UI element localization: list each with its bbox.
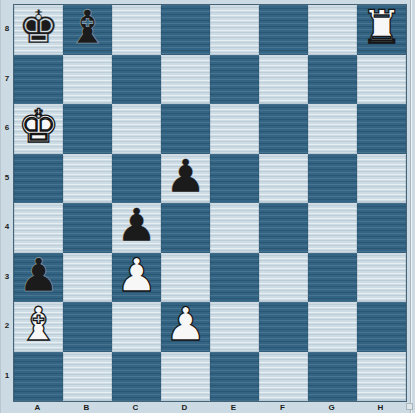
square-h8[interactable]: ♜ bbox=[357, 5, 406, 55]
square-b3[interactable] bbox=[63, 253, 112, 303]
piece-black-king[interactable]: ♚ bbox=[18, 3, 59, 52]
square-c3[interactable]: ♟ bbox=[112, 253, 161, 303]
rank-label-7: 7 bbox=[1, 54, 13, 104]
square-d5[interactable]: ♟ bbox=[161, 154, 210, 204]
file-label-c: C bbox=[111, 401, 160, 413]
square-a7[interactable] bbox=[14, 55, 63, 105]
square-e8[interactable] bbox=[210, 5, 259, 55]
square-a4[interactable] bbox=[14, 203, 63, 253]
square-e1[interactable] bbox=[210, 352, 259, 402]
file-labels: ABCDEFGH bbox=[13, 401, 405, 413]
square-f7[interactable] bbox=[259, 55, 308, 105]
square-h5[interactable] bbox=[357, 154, 406, 204]
square-d2[interactable]: ♟ bbox=[161, 302, 210, 352]
piece-black-pawn[interactable]: ♟ bbox=[165, 152, 206, 201]
square-b1[interactable] bbox=[63, 352, 112, 402]
rank-label-2: 2 bbox=[1, 301, 13, 351]
square-e5[interactable] bbox=[210, 154, 259, 204]
square-g8[interactable] bbox=[308, 5, 357, 55]
piece-black-pawn[interactable]: ♟ bbox=[116, 201, 157, 250]
square-b7[interactable] bbox=[63, 55, 112, 105]
square-h7[interactable] bbox=[357, 55, 406, 105]
rank-label-6: 6 bbox=[1, 103, 13, 153]
square-h2[interactable] bbox=[357, 302, 406, 352]
rank-label-3: 3 bbox=[1, 252, 13, 302]
square-e7[interactable] bbox=[210, 55, 259, 105]
square-a8[interactable]: ♚ bbox=[14, 5, 63, 55]
piece-black-pawn[interactable]: ♟ bbox=[18, 251, 59, 300]
square-a5[interactable] bbox=[14, 154, 63, 204]
square-d3[interactable] bbox=[161, 253, 210, 303]
square-b8[interactable]: ♝ bbox=[63, 5, 112, 55]
square-c6[interactable] bbox=[112, 104, 161, 154]
square-d8[interactable] bbox=[161, 5, 210, 55]
square-h4[interactable] bbox=[357, 203, 406, 253]
square-c7[interactable] bbox=[112, 55, 161, 105]
square-a1[interactable] bbox=[14, 352, 63, 402]
piece-black-bishop[interactable]: ♝ bbox=[67, 3, 108, 52]
piece-white-king[interactable]: ♚ bbox=[18, 102, 59, 151]
square-h1[interactable] bbox=[357, 352, 406, 402]
square-b5[interactable] bbox=[63, 154, 112, 204]
square-g1[interactable] bbox=[308, 352, 357, 402]
file-label-f: F bbox=[258, 401, 307, 413]
square-c8[interactable] bbox=[112, 5, 161, 55]
square-b4[interactable] bbox=[63, 203, 112, 253]
file-label-e: E bbox=[209, 401, 258, 413]
square-b6[interactable] bbox=[63, 104, 112, 154]
square-c4[interactable]: ♟ bbox=[112, 203, 161, 253]
piece-white-bishop[interactable]: ♝ bbox=[18, 300, 59, 349]
file-label-a: A bbox=[13, 401, 62, 413]
square-f8[interactable] bbox=[259, 5, 308, 55]
square-f4[interactable] bbox=[259, 203, 308, 253]
square-e6[interactable] bbox=[210, 104, 259, 154]
chess-board[interactable]: ♚♝♜♚♟♟♟♟♝♟ bbox=[13, 4, 407, 402]
square-h6[interactable] bbox=[357, 104, 406, 154]
square-a3[interactable]: ♟ bbox=[14, 253, 63, 303]
square-c5[interactable] bbox=[112, 154, 161, 204]
square-g4[interactable] bbox=[308, 203, 357, 253]
square-f1[interactable] bbox=[259, 352, 308, 402]
square-d1[interactable] bbox=[161, 352, 210, 402]
square-f2[interactable] bbox=[259, 302, 308, 352]
square-e4[interactable] bbox=[210, 203, 259, 253]
rank-label-1: 1 bbox=[1, 351, 13, 401]
file-label-d: D bbox=[160, 401, 209, 413]
square-f6[interactable] bbox=[259, 104, 308, 154]
piece-white-pawn[interactable]: ♟ bbox=[116, 251, 157, 300]
square-f5[interactable] bbox=[259, 154, 308, 204]
chess-window-frame: 87654321 ♚♝♜♚♟♟♟♟♝♟ ABCDEFGH bbox=[0, 0, 415, 413]
square-f3[interactable] bbox=[259, 253, 308, 303]
square-a2[interactable]: ♝ bbox=[14, 302, 63, 352]
square-c1[interactable] bbox=[112, 352, 161, 402]
square-d7[interactable] bbox=[161, 55, 210, 105]
rank-label-4: 4 bbox=[1, 202, 13, 252]
square-d6[interactable] bbox=[161, 104, 210, 154]
square-d4[interactable] bbox=[161, 203, 210, 253]
square-b2[interactable] bbox=[63, 302, 112, 352]
rank-label-8: 8 bbox=[1, 4, 13, 54]
file-label-g: G bbox=[307, 401, 356, 413]
rank-labels: 87654321 bbox=[1, 4, 13, 400]
rank-label-5: 5 bbox=[1, 153, 13, 203]
window-edge-highlight bbox=[411, 0, 412, 413]
square-g6[interactable] bbox=[308, 104, 357, 154]
piece-white-pawn[interactable]: ♟ bbox=[165, 300, 206, 349]
file-label-h: H bbox=[356, 401, 405, 413]
resize-handle-icon[interactable] bbox=[406, 403, 413, 410]
square-g2[interactable] bbox=[308, 302, 357, 352]
square-h3[interactable] bbox=[357, 253, 406, 303]
square-c2[interactable] bbox=[112, 302, 161, 352]
square-g7[interactable] bbox=[308, 55, 357, 105]
square-e3[interactable] bbox=[210, 253, 259, 303]
square-g3[interactable] bbox=[308, 253, 357, 303]
square-g5[interactable] bbox=[308, 154, 357, 204]
square-a6[interactable]: ♚ bbox=[14, 104, 63, 154]
file-label-b: B bbox=[62, 401, 111, 413]
piece-white-rook[interactable]: ♜ bbox=[361, 3, 402, 52]
square-e2[interactable] bbox=[210, 302, 259, 352]
